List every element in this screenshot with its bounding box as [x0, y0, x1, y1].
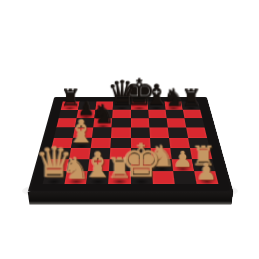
piece-contact-shadow [112, 179, 128, 185]
square-b7: ♟ [77, 110, 96, 119]
square-a3 [49, 148, 72, 159]
chess-board: ♜♛♚♝♞♜♟♞♝♞♟♜♛♞♝♜♚♟ [28, 97, 233, 192]
square-h6 [184, 118, 204, 127]
square-h7 [183, 110, 203, 119]
square-b4: ♝ [71, 138, 92, 148]
board-3d-stage: ♜♛♚♝♞♜♟♞♝♞♟♜♛♞♝♜♚♟ [43, 50, 218, 225]
square-f8: ♝ [147, 102, 165, 110]
square-d7 [113, 110, 131, 119]
piece-contact-shadow [45, 179, 62, 185]
square-b3 [69, 148, 91, 159]
square-h8: ♜ [181, 102, 200, 110]
square-h1: ♟ [194, 171, 218, 184]
square-h2: ♜ [192, 159, 215, 171]
square-e7 [131, 110, 149, 119]
square-d6 [112, 118, 131, 127]
square-f1 [152, 171, 175, 184]
square-b2 [67, 159, 90, 171]
square-g2: ♟ [171, 159, 194, 171]
square-f6 [148, 118, 167, 127]
board-frame: ♜♛♚♝♞♜♟♞♝♞♟♜♛♞♝♜♚♟ [28, 97, 233, 192]
square-a1: ♛ [43, 171, 67, 184]
square-e8: ♚ [131, 102, 148, 110]
square-e5 [131, 128, 150, 138]
square-c1: ♝ [87, 171, 110, 184]
square-f4 [150, 138, 170, 148]
square-g5 [168, 128, 188, 138]
square-e4 [131, 138, 151, 148]
square-d1: ♜ [109, 171, 131, 184]
square-c6: ♞ [93, 118, 112, 127]
square-h4 [188, 138, 210, 148]
piece-contact-shadow [90, 179, 106, 185]
chess-set-product-photo: ♜♛♚♝♞♜♟♞♝♞♟♜♛♞♝♜♚♟ [0, 0, 259, 259]
square-b8 [78, 102, 96, 110]
square-f3 [150, 148, 171, 159]
square-a2 [46, 159, 69, 171]
square-g8: ♞ [164, 102, 182, 110]
square-b5 [73, 128, 93, 138]
square-b1: ♞ [65, 171, 89, 184]
square-g6 [166, 118, 186, 127]
piece-contact-shadow [74, 144, 89, 149]
square-e2 [131, 159, 152, 171]
square-g3 [170, 148, 192, 159]
square-a4 [51, 138, 73, 148]
square-g1 [173, 171, 197, 184]
square-d3 [110, 148, 130, 159]
square-c7 [95, 110, 113, 119]
square-a5 [54, 128, 75, 138]
board-front-edge [28, 192, 233, 205]
square-d8: ♛ [113, 102, 130, 110]
square-e6 [131, 118, 150, 127]
square-a6 [56, 118, 76, 127]
square-c3 [90, 148, 111, 159]
square-c4 [91, 138, 111, 148]
square-f7 [148, 110, 166, 119]
square-a8: ♜ [61, 102, 80, 110]
square-h5 [186, 128, 207, 138]
square-g4 [169, 138, 190, 148]
square-c2 [88, 159, 110, 171]
square-b6 [75, 118, 95, 127]
piece-contact-shadow [68, 179, 85, 185]
square-d4 [111, 138, 131, 148]
square-f2: ♞ [151, 159, 173, 171]
piece-contact-shadow [198, 179, 215, 185]
square-c8 [96, 102, 114, 110]
square-d2 [109, 159, 130, 171]
square-e1: ♚ [131, 171, 153, 184]
square-g7 [165, 110, 184, 119]
piece-contact-shadow [134, 179, 150, 185]
square-e3 [131, 148, 151, 159]
square-h3 [190, 148, 213, 159]
square-f5 [149, 128, 169, 138]
square-a7 [59, 110, 79, 119]
board-grid: ♜♛♚♝♞♜♟♞♝♞♟♜♛♞♝♜♚♟ [43, 102, 219, 184]
square-d5 [111, 128, 130, 138]
square-c5 [92, 128, 112, 138]
